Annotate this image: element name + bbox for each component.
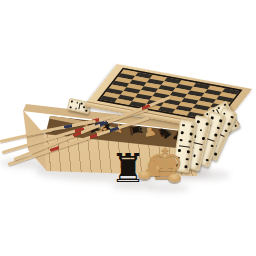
checker-disc-3 — [149, 165, 160, 172]
domino-half — [173, 145, 192, 172]
checker-disc-2 — [168, 174, 181, 182]
king-shadow — [146, 184, 190, 192]
checker-disc-1 — [138, 171, 151, 179]
domino-half — [177, 120, 196, 147]
product-photo-wooden-game-set: ♞ ♟ ♝ ♜ ♟ ♞ ♟ ♝ ♜ ♟ ♚ — [0, 0, 256, 256]
